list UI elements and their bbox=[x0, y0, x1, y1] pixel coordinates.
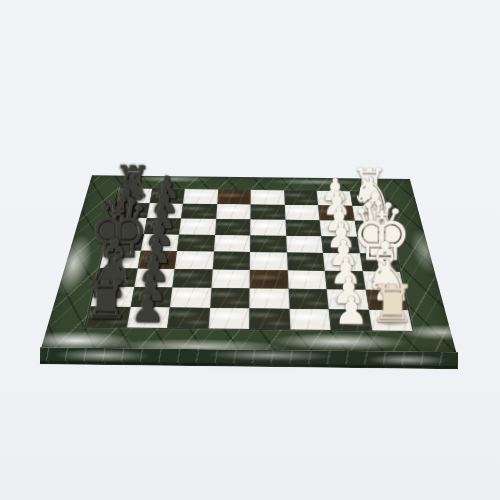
square-e4 bbox=[250, 252, 288, 270]
square-g6 bbox=[170, 287, 211, 307]
square-d3 bbox=[286, 236, 323, 253]
piece-black-rook-h8: ♜ bbox=[83, 274, 130, 326]
square-h3 bbox=[289, 309, 331, 330]
square-h2: ♟ bbox=[329, 309, 372, 330]
square-d4 bbox=[250, 235, 286, 252]
square-c3 bbox=[285, 220, 321, 236]
square-a6 bbox=[183, 189, 218, 204]
square-g3 bbox=[288, 289, 329, 309]
square-c6 bbox=[179, 219, 216, 235]
square-a5 bbox=[217, 190, 251, 205]
piece-white-rook-h1: ♜ bbox=[369, 278, 416, 330]
square-b4 bbox=[250, 204, 285, 220]
square-a3 bbox=[284, 190, 318, 205]
square-d5 bbox=[213, 235, 250, 252]
board-front-edge bbox=[40, 347, 457, 368]
square-f5 bbox=[211, 269, 250, 288]
square-a4 bbox=[251, 190, 285, 205]
piece-white-pawn-h2: ♟ bbox=[334, 291, 369, 329]
square-h7: ♟ bbox=[126, 307, 170, 328]
square-e6 bbox=[175, 251, 214, 269]
square-b5 bbox=[216, 204, 251, 220]
square-f3 bbox=[287, 270, 326, 289]
square-f6 bbox=[172, 269, 212, 288]
square-d6 bbox=[177, 234, 215, 251]
board-grid: ♜♟♟♜♞♟♟♞♝♟♟♝♛♟♟♛♚♟♟♚♝♟♟♝♞♟♟♞♜♟♟♜ bbox=[85, 188, 412, 331]
square-h5 bbox=[208, 308, 249, 329]
square-e3 bbox=[286, 252, 324, 270]
square-c4 bbox=[250, 219, 286, 235]
square-b3 bbox=[284, 205, 319, 221]
chess-set-photo: ♜♟♟♜♞♟♟♞♝♟♟♝♛♟♟♛♚♟♟♚♝♟♟♝♞♟♟♞♜♟♟♜ bbox=[0, 0, 500, 500]
square-g4 bbox=[249, 288, 289, 308]
square-h6 bbox=[167, 307, 209, 328]
square-c5 bbox=[215, 219, 251, 235]
square-h8: ♜ bbox=[85, 306, 130, 327]
chess-board: ♜♟♟♜♞♟♟♞♝♟♟♝♛♟♟♛♚♟♟♚♝♟♟♝♞♟♟♞♜♟♟♜ bbox=[41, 175, 456, 352]
scene: ♜♟♟♜♞♟♟♞♝♟♟♝♛♟♟♛♚♟♟♚♝♟♟♝♞♟♟♞♜♟♟♜ bbox=[0, 0, 500, 500]
square-g5 bbox=[210, 288, 250, 308]
square-f4 bbox=[250, 270, 289, 289]
square-h4 bbox=[249, 308, 290, 329]
square-h1: ♜ bbox=[368, 310, 412, 331]
square-b6 bbox=[181, 203, 217, 218]
square-e5 bbox=[212, 252, 250, 270]
piece-black-pawn-h7: ♟ bbox=[130, 288, 165, 326]
